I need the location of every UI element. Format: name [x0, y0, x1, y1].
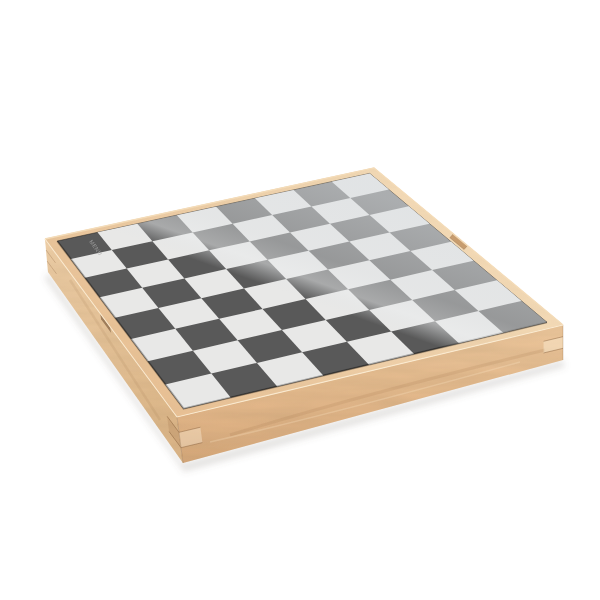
- board-box-render: MENU: [0, 0, 600, 600]
- product-photo: MENU: [0, 0, 600, 600]
- chess-checkers-board-box: MENU: [0, 0, 600, 600]
